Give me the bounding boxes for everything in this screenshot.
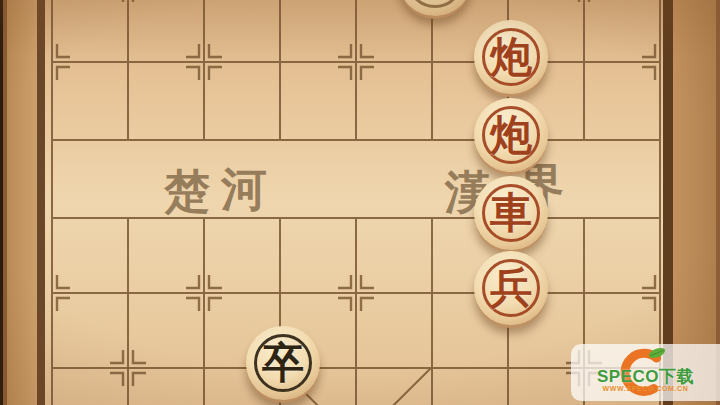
piece-glyph: 車	[490, 192, 532, 234]
piece-red-cannon[interactable]: 炮	[474, 20, 548, 94]
river-char-he: 河	[220, 164, 267, 215]
piece-red-chariot[interactable]: 車	[474, 176, 548, 250]
river-char-chu: 楚	[163, 166, 210, 217]
piece-ring	[406, 0, 464, 8]
speco-watermark: SPECO下载 WWW.SPECO.COM.CN	[571, 344, 720, 401]
watermark-url: WWW.SPECO.COM.CN	[571, 385, 720, 392]
piece-glyph: 卒	[262, 342, 304, 384]
piece-red-soldier[interactable]: 兵	[474, 251, 548, 325]
piece-red-cannon[interactable]: 炮	[474, 98, 548, 172]
wood-frame-left	[0, 0, 45, 405]
xiangqi-board-screen: 楚 河 漢 界 炮炮車兵卒 SPECO下载 WWW.SPECO.COM.CN	[0, 0, 720, 405]
piece-black-soldier[interactable]: 卒	[246, 326, 320, 400]
piece-glyph: 兵	[490, 267, 532, 309]
board-surface	[40, 0, 665, 405]
piece-glyph: 炮	[490, 36, 532, 78]
piece-glyph: 炮	[490, 114, 532, 156]
